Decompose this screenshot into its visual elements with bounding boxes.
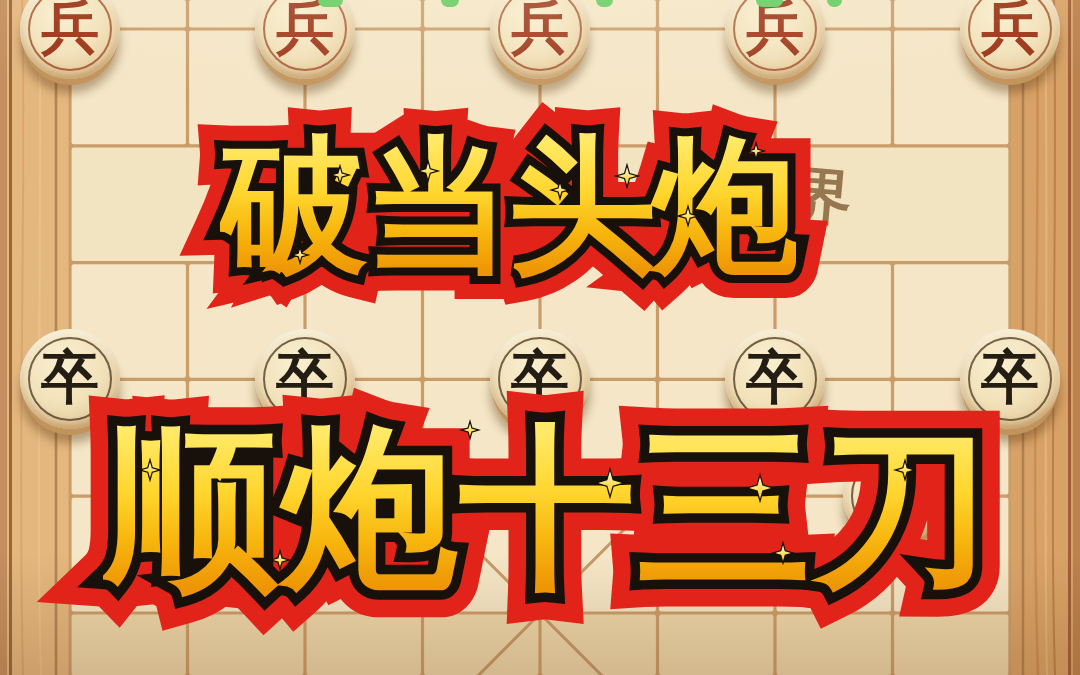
piece-glyph: 卒 (511, 349, 569, 407)
piece-glyph: 卒 (41, 349, 99, 407)
sparkle-icon (746, 141, 767, 162)
caption-bottom: 顺炮十三刀 顺炮十三刀 顺炮十三刀 (103, 422, 993, 598)
sparkle-icon (676, 204, 700, 228)
piece-glyph: 兵 (511, 0, 569, 57)
green-marker-dot (756, 0, 783, 7)
xiangqi-video-frame: 界 兵兵兵兵兵卒卒卒卒卒砲 破当头炮 破当头炮 破当头炮 顺炮十三刀 顺炮十三刀… (0, 0, 1080, 675)
piece-glyph: 兵 (981, 0, 1039, 57)
sparkle-icon (329, 164, 352, 187)
sparkle-icon (459, 419, 481, 441)
piece-glyph: 兵 (746, 0, 804, 57)
piece-glyph: 兵 (276, 0, 334, 57)
sparkle-icon (893, 458, 917, 482)
sparkle-icon (269, 549, 292, 572)
caption-bottom-gold-fill: 顺炮十三刀 (103, 422, 993, 598)
piece-red-soldier[interactable]: 兵 (725, 0, 825, 79)
sparkle-icon (549, 179, 571, 201)
piece-glyph: 兵 (41, 0, 99, 57)
piece-glyph: 卒 (981, 349, 1039, 407)
piece-red-soldier[interactable]: 兵 (490, 0, 590, 79)
piece-red-soldier[interactable]: 兵 (20, 0, 120, 79)
sparkle-icon (614, 163, 641, 190)
sparkle-icon (290, 245, 311, 266)
sparkle-icon (745, 473, 776, 504)
sparkle-icon (138, 458, 163, 483)
piece-glyph: 卒 (746, 349, 804, 407)
sparkle-icon (416, 159, 441, 184)
piece-red-soldier[interactable]: 兵 (255, 0, 355, 79)
sparkle-icon (594, 467, 627, 500)
piece-glyph: 卒 (276, 349, 334, 407)
sparkle-icon (771, 541, 796, 566)
piece-red-soldier[interactable]: 兵 (960, 0, 1060, 79)
green-marker-dot (318, 0, 343, 7)
